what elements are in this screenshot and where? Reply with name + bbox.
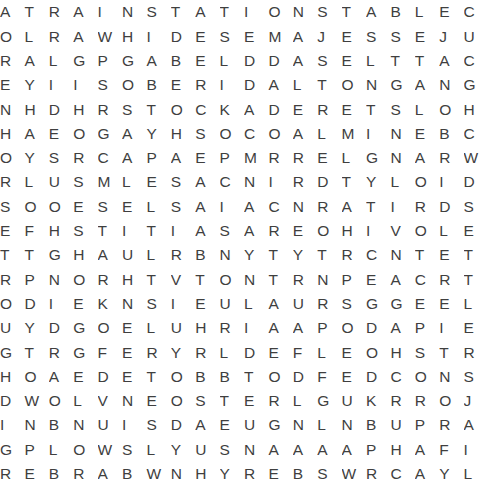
grid-cell[interactable]: E xyxy=(73,292,97,316)
grid-cell[interactable]: C xyxy=(98,146,122,170)
grid-cell[interactable]: O xyxy=(317,219,341,243)
grid-cell[interactable]: T xyxy=(220,0,244,24)
grid-cell[interactable]: F xyxy=(98,340,122,364)
grid-cell[interactable]: R xyxy=(195,73,219,97)
grid-cell[interactable]: H xyxy=(342,219,366,243)
grid-cell[interactable]: C xyxy=(220,170,244,194)
grid-cell[interactable]: L xyxy=(146,316,170,340)
grid-cell[interactable]: L xyxy=(317,121,341,145)
grid-cell[interactable]: R xyxy=(293,170,317,194)
grid-cell[interactable]: V xyxy=(171,267,195,291)
grid-cell[interactable]: S xyxy=(220,24,244,48)
grid-cell[interactable]: E xyxy=(244,24,268,48)
grid-cell[interactable]: I xyxy=(49,73,73,97)
grid-cell[interactable]: S xyxy=(171,170,195,194)
grid-cell[interactable]: A xyxy=(390,316,414,340)
grid-cell[interactable]: I xyxy=(220,194,244,218)
grid-cell[interactable]: R xyxy=(0,462,24,486)
grid-cell[interactable]: C xyxy=(464,121,488,145)
grid-cell[interactable]: K xyxy=(220,97,244,121)
grid-cell[interactable]: O xyxy=(24,364,48,388)
grid-cell[interactable]: E xyxy=(122,364,146,388)
grid-cell[interactable]: Y xyxy=(24,73,48,97)
grid-cell[interactable]: U xyxy=(390,413,414,437)
grid-cell[interactable]: F xyxy=(317,364,341,388)
grid-cell[interactable]: O xyxy=(73,267,97,291)
grid-cell[interactable]: U xyxy=(0,316,24,340)
grid-cell[interactable]: T xyxy=(464,267,488,291)
grid-cell[interactable]: T xyxy=(268,267,292,291)
grid-cell[interactable]: B xyxy=(122,462,146,486)
grid-cell[interactable]: S xyxy=(49,146,73,170)
grid-cell[interactable]: A xyxy=(415,146,439,170)
grid-cell[interactable]: E xyxy=(293,97,317,121)
grid-cell[interactable]: A xyxy=(24,49,48,73)
grid-cell[interactable]: I xyxy=(366,219,390,243)
grid-cell[interactable]: N xyxy=(366,73,390,97)
grid-cell[interactable]: T xyxy=(24,243,48,267)
grid-cell[interactable]: D xyxy=(317,170,341,194)
grid-cell[interactable]: A xyxy=(268,316,292,340)
grid-cell[interactable]: R xyxy=(171,243,195,267)
grid-cell[interactable]: D xyxy=(268,97,292,121)
grid-cell[interactable]: W xyxy=(98,24,122,48)
grid-cell[interactable]: L xyxy=(146,243,170,267)
grid-cell[interactable]: T xyxy=(146,97,170,121)
grid-cell[interactable]: U xyxy=(464,24,488,48)
grid-cell[interactable]: E xyxy=(146,170,170,194)
grid-cell[interactable]: P xyxy=(24,437,48,461)
grid-cell[interactable]: C xyxy=(464,0,488,24)
grid-cell[interactable]: G xyxy=(73,316,97,340)
grid-cell[interactable]: L xyxy=(146,437,170,461)
grid-cell[interactable]: O xyxy=(342,73,366,97)
grid-cell[interactable]: O xyxy=(439,97,463,121)
grid-cell[interactable]: R xyxy=(293,146,317,170)
grid-cell[interactable]: S xyxy=(0,194,24,218)
grid-cell[interactable]: T xyxy=(415,243,439,267)
grid-cell[interactable]: O xyxy=(220,267,244,291)
grid-cell[interactable]: N xyxy=(390,121,414,145)
grid-cell[interactable]: B xyxy=(195,364,219,388)
grid-cell[interactable]: L xyxy=(464,292,488,316)
grid-cell[interactable]: H xyxy=(73,97,97,121)
grid-cell[interactable]: N xyxy=(122,389,146,413)
grid-cell[interactable]: L xyxy=(317,340,341,364)
grid-cell[interactable]: T xyxy=(171,0,195,24)
grid-cell[interactable]: Y xyxy=(24,316,48,340)
grid-cell[interactable]: T xyxy=(244,364,268,388)
grid-cell[interactable]: O xyxy=(415,170,439,194)
grid-cell[interactable]: T xyxy=(464,243,488,267)
grid-cell[interactable]: W xyxy=(98,437,122,461)
grid-cell[interactable]: G xyxy=(0,437,24,461)
grid-cell[interactable]: A xyxy=(171,146,195,170)
grid-cell[interactable]: G xyxy=(390,292,414,316)
grid-cell[interactable]: R xyxy=(317,97,341,121)
grid-cell[interactable]: P xyxy=(24,267,48,291)
grid-cell[interactable]: A xyxy=(342,437,366,461)
grid-cell[interactable]: S xyxy=(317,462,341,486)
grid-cell[interactable]: G xyxy=(98,121,122,145)
grid-cell[interactable]: T xyxy=(317,73,341,97)
grid-cell[interactable]: E xyxy=(342,24,366,48)
grid-cell[interactable]: B xyxy=(439,121,463,145)
grid-cell[interactable]: N xyxy=(317,267,341,291)
grid-cell[interactable]: U xyxy=(195,437,219,461)
grid-cell[interactable]: A xyxy=(293,121,317,145)
grid-cell[interactable]: H xyxy=(49,219,73,243)
grid-cell[interactable]: R xyxy=(98,267,122,291)
grid-cell[interactable]: V xyxy=(390,219,414,243)
grid-cell[interactable]: L xyxy=(146,194,170,218)
grid-cell[interactable]: A xyxy=(73,24,97,48)
grid-cell[interactable]: B xyxy=(146,73,170,97)
grid-cell[interactable]: E xyxy=(146,389,170,413)
grid-cell[interactable]: N xyxy=(342,413,366,437)
grid-cell[interactable]: G xyxy=(317,389,341,413)
grid-cell[interactable]: E xyxy=(195,292,219,316)
grid-cell[interactable]: O xyxy=(122,73,146,97)
grid-cell[interactable]: P xyxy=(366,437,390,461)
grid-cell[interactable]: E xyxy=(439,292,463,316)
grid-cell[interactable]: Y xyxy=(244,243,268,267)
grid-cell[interactable]: A xyxy=(293,24,317,48)
grid-cell[interactable]: U xyxy=(98,413,122,437)
grid-cell[interactable]: D xyxy=(366,316,390,340)
grid-cell[interactable]: C xyxy=(390,462,414,486)
grid-cell[interactable]: B xyxy=(220,364,244,388)
grid-cell[interactable]: G xyxy=(366,292,390,316)
grid-cell[interactable]: A xyxy=(293,49,317,73)
grid-cell[interactable]: E xyxy=(464,316,488,340)
grid-cell[interactable]: O xyxy=(171,389,195,413)
grid-cell[interactable]: E xyxy=(0,73,24,97)
grid-cell[interactable]: H xyxy=(390,437,414,461)
grid-cell[interactable]: S xyxy=(98,194,122,218)
grid-cell[interactable]: A xyxy=(415,462,439,486)
grid-cell[interactable]: J xyxy=(464,389,488,413)
grid-cell[interactable]: D xyxy=(24,292,48,316)
grid-cell[interactable]: T xyxy=(98,219,122,243)
grid-cell[interactable]: L xyxy=(244,292,268,316)
grid-cell[interactable]: R xyxy=(73,146,97,170)
grid-cell[interactable]: G xyxy=(0,340,24,364)
grid-cell[interactable]: D xyxy=(293,364,317,388)
grid-cell[interactable]: T xyxy=(195,267,219,291)
grid-cell[interactable]: R xyxy=(73,462,97,486)
grid-cell[interactable]: A xyxy=(439,49,463,73)
grid-cell[interactable]: O xyxy=(366,340,390,364)
grid-cell[interactable]: H xyxy=(122,24,146,48)
grid-cell[interactable]: R xyxy=(317,194,341,218)
grid-cell[interactable]: B xyxy=(366,413,390,437)
grid-cell[interactable]: H xyxy=(195,316,219,340)
grid-cell[interactable]: L xyxy=(220,49,244,73)
grid-cell[interactable]: T xyxy=(146,364,170,388)
grid-cell[interactable]: E xyxy=(268,340,292,364)
grid-cell[interactable]: O xyxy=(73,121,97,145)
grid-cell[interactable]: S xyxy=(73,170,97,194)
grid-cell[interactable]: A xyxy=(24,121,48,145)
grid-cell[interactable]: A xyxy=(293,437,317,461)
grid-cell[interactable]: R xyxy=(49,340,73,364)
grid-cell[interactable]: N xyxy=(73,413,97,437)
grid-cell[interactable]: S xyxy=(464,364,488,388)
grid-cell[interactable]: N xyxy=(293,194,317,218)
grid-cell[interactable]: D xyxy=(171,24,195,48)
grid-cell[interactable]: O xyxy=(73,437,97,461)
grid-cell[interactable]: D xyxy=(244,340,268,364)
grid-cell[interactable]: O xyxy=(171,97,195,121)
grid-cell[interactable]: D xyxy=(244,73,268,97)
grid-cell[interactable]: I xyxy=(244,0,268,24)
grid-cell[interactable]: R xyxy=(268,146,292,170)
grid-cell[interactable]: I xyxy=(390,194,414,218)
grid-cell[interactable]: P xyxy=(146,146,170,170)
grid-cell[interactable]: E xyxy=(195,24,219,48)
grid-cell[interactable]: L xyxy=(49,437,73,461)
grid-cell[interactable]: A xyxy=(146,49,170,73)
grid-cell[interactable]: F xyxy=(293,340,317,364)
grid-cell[interactable]: M xyxy=(244,146,268,170)
grid-cell[interactable]: R xyxy=(268,219,292,243)
grid-cell[interactable]: Y xyxy=(24,146,48,170)
grid-cell[interactable]: B xyxy=(293,462,317,486)
grid-cell[interactable]: E xyxy=(464,219,488,243)
grid-cell[interactable]: T xyxy=(342,0,366,24)
grid-cell[interactable]: I xyxy=(268,170,292,194)
grid-cell[interactable]: B xyxy=(49,413,73,437)
grid-cell[interactable]: L xyxy=(415,97,439,121)
grid-cell[interactable]: L xyxy=(293,73,317,97)
grid-cell[interactable]: U xyxy=(122,243,146,267)
grid-cell[interactable]: G xyxy=(73,340,97,364)
grid-cell[interactable]: L xyxy=(122,170,146,194)
grid-cell[interactable]: N xyxy=(244,267,268,291)
grid-cell[interactable]: C xyxy=(268,194,292,218)
grid-cell[interactable]: D xyxy=(49,97,73,121)
grid-cell[interactable]: A xyxy=(415,437,439,461)
grid-cell[interactable]: E xyxy=(122,340,146,364)
grid-cell[interactable]: A xyxy=(415,73,439,97)
grid-cell[interactable]: N xyxy=(0,97,24,121)
grid-cell[interactable]: H xyxy=(390,340,414,364)
grid-cell[interactable]: W xyxy=(24,389,48,413)
grid-cell[interactable]: C xyxy=(390,364,414,388)
grid-cell[interactable]: B xyxy=(195,243,219,267)
grid-cell[interactable]: R xyxy=(220,316,244,340)
grid-cell[interactable]: O xyxy=(0,24,24,48)
grid-cell[interactable]: N xyxy=(24,413,48,437)
grid-cell[interactable]: L xyxy=(366,49,390,73)
grid-cell[interactable]: D xyxy=(464,170,488,194)
grid-cell[interactable]: P xyxy=(342,267,366,291)
grid-cell[interactable]: A xyxy=(195,0,219,24)
grid-cell[interactable]: N xyxy=(439,73,463,97)
grid-cell[interactable]: A xyxy=(366,0,390,24)
grid-cell[interactable]: P xyxy=(317,316,341,340)
grid-cell[interactable]: E xyxy=(49,121,73,145)
grid-cell[interactable]: O xyxy=(24,194,48,218)
grid-cell[interactable]: D xyxy=(268,49,292,73)
grid-cell[interactable]: C xyxy=(366,243,390,267)
grid-cell[interactable]: I xyxy=(171,292,195,316)
grid-cell[interactable]: A xyxy=(244,97,268,121)
grid-cell[interactable]: O xyxy=(268,0,292,24)
grid-cell[interactable]: N xyxy=(244,437,268,461)
grid-cell[interactable]: O xyxy=(415,219,439,243)
grid-cell[interactable]: E xyxy=(122,316,146,340)
grid-cell[interactable]: E xyxy=(317,146,341,170)
grid-cell[interactable]: S xyxy=(195,389,219,413)
grid-cell[interactable]: O xyxy=(171,364,195,388)
grid-cell[interactable]: I xyxy=(146,24,170,48)
grid-cell[interactable]: W xyxy=(342,462,366,486)
grid-cell[interactable]: D xyxy=(171,413,195,437)
grid-cell[interactable]: A xyxy=(195,413,219,437)
grid-cell[interactable]: A xyxy=(268,292,292,316)
grid-cell[interactable]: F xyxy=(24,219,48,243)
grid-cell[interactable]: S xyxy=(146,413,170,437)
grid-cell[interactable]: S xyxy=(464,194,488,218)
grid-cell[interactable]: L xyxy=(220,340,244,364)
grid-cell[interactable]: I xyxy=(439,316,463,340)
grid-cell[interactable]: E xyxy=(415,121,439,145)
grid-cell[interactable]: A xyxy=(195,170,219,194)
grid-cell[interactable]: U xyxy=(49,170,73,194)
grid-cell[interactable]: L xyxy=(317,413,341,437)
grid-cell[interactable]: Y xyxy=(366,170,390,194)
grid-cell[interactable]: S xyxy=(220,437,244,461)
grid-cell[interactable]: S xyxy=(98,73,122,97)
grid-cell[interactable]: H xyxy=(464,97,488,121)
grid-cell[interactable]: M xyxy=(268,24,292,48)
grid-cell[interactable]: Y xyxy=(146,121,170,145)
grid-cell[interactable]: G xyxy=(464,73,488,97)
grid-cell[interactable]: T xyxy=(146,219,170,243)
grid-cell[interactable]: L xyxy=(73,389,97,413)
grid-cell[interactable]: B xyxy=(390,0,414,24)
grid-cell[interactable]: N xyxy=(293,413,317,437)
grid-cell[interactable]: T xyxy=(390,49,414,73)
grid-cell[interactable]: T xyxy=(24,340,48,364)
grid-cell[interactable]: D xyxy=(439,194,463,218)
grid-cell[interactable]: S xyxy=(146,292,170,316)
grid-cell[interactable]: T xyxy=(268,243,292,267)
grid-cell[interactable]: U xyxy=(244,413,268,437)
grid-cell[interactable]: C xyxy=(244,121,268,145)
grid-cell[interactable]: D xyxy=(0,389,24,413)
grid-cell[interactable]: S xyxy=(390,24,414,48)
grid-cell[interactable]: A xyxy=(0,0,24,24)
grid-cell[interactable]: Y xyxy=(171,340,195,364)
grid-cell[interactable]: E xyxy=(0,219,24,243)
grid-cell[interactable]: H xyxy=(24,97,48,121)
grid-cell[interactable]: P xyxy=(220,146,244,170)
grid-cell[interactable]: A xyxy=(73,0,97,24)
grid-cell[interactable]: I xyxy=(366,121,390,145)
grid-cell[interactable]: E xyxy=(195,49,219,73)
grid-cell[interactable]: L xyxy=(464,462,488,486)
grid-cell[interactable]: S xyxy=(195,121,219,145)
grid-cell[interactable]: S xyxy=(122,97,146,121)
grid-cell[interactable]: I xyxy=(122,413,146,437)
grid-cell[interactable]: E xyxy=(415,24,439,48)
grid-cell[interactable]: R xyxy=(49,0,73,24)
grid-cell[interactable]: G xyxy=(73,49,97,73)
grid-cell[interactable]: R xyxy=(317,292,341,316)
grid-cell[interactable]: I xyxy=(49,292,73,316)
grid-cell[interactable]: A xyxy=(317,437,341,461)
grid-cell[interactable]: S xyxy=(415,340,439,364)
grid-cell[interactable]: A xyxy=(98,462,122,486)
grid-cell[interactable]: O xyxy=(0,292,24,316)
grid-cell[interactable]: A xyxy=(390,267,414,291)
grid-cell[interactable]: A xyxy=(293,316,317,340)
grid-cell[interactable]: C xyxy=(195,97,219,121)
grid-cell[interactable]: N xyxy=(390,146,414,170)
grid-cell[interactable]: T xyxy=(439,340,463,364)
grid-cell[interactable]: F xyxy=(439,437,463,461)
grid-cell[interactable]: U xyxy=(342,389,366,413)
grid-cell[interactable]: L xyxy=(293,389,317,413)
grid-cell[interactable]: O xyxy=(439,389,463,413)
grid-cell[interactable]: O xyxy=(415,364,439,388)
grid-cell[interactable]: O xyxy=(268,364,292,388)
grid-cell[interactable]: A xyxy=(244,194,268,218)
grid-cell[interactable]: H xyxy=(122,267,146,291)
grid-cell[interactable]: E xyxy=(73,194,97,218)
grid-cell[interactable]: U xyxy=(220,292,244,316)
grid-cell[interactable]: A xyxy=(195,194,219,218)
grid-cell[interactable]: A xyxy=(342,194,366,218)
grid-cell[interactable]: S xyxy=(342,292,366,316)
grid-cell[interactable]: R xyxy=(439,146,463,170)
grid-cell[interactable]: C xyxy=(464,49,488,73)
grid-cell[interactable]: N xyxy=(439,364,463,388)
grid-cell[interactable]: N xyxy=(244,170,268,194)
grid-cell[interactable]: R xyxy=(342,243,366,267)
grid-cell[interactable]: N xyxy=(220,243,244,267)
grid-cell[interactable]: J xyxy=(317,24,341,48)
grid-cell[interactable]: E xyxy=(415,292,439,316)
grid-cell[interactable]: E xyxy=(24,462,48,486)
grid-cell[interactable]: L xyxy=(390,170,414,194)
grid-cell[interactable]: M xyxy=(98,170,122,194)
grid-cell[interactable]: Y xyxy=(171,437,195,461)
grid-cell[interactable]: I xyxy=(0,413,24,437)
grid-cell[interactable]: Y xyxy=(220,462,244,486)
grid-cell[interactable]: E xyxy=(122,194,146,218)
grid-cell[interactable]: K xyxy=(98,292,122,316)
grid-cell[interactable]: E xyxy=(366,267,390,291)
grid-cell[interactable]: R xyxy=(49,24,73,48)
grid-cell[interactable]: R xyxy=(195,340,219,364)
grid-cell[interactable]: G xyxy=(268,413,292,437)
grid-cell[interactable]: I xyxy=(244,316,268,340)
grid-cell[interactable]: I xyxy=(464,437,488,461)
grid-cell[interactable]: R xyxy=(0,49,24,73)
grid-cell[interactable]: N xyxy=(122,0,146,24)
grid-cell[interactable]: E xyxy=(293,219,317,243)
grid-cell[interactable]: A xyxy=(49,364,73,388)
grid-cell[interactable]: H xyxy=(0,121,24,145)
grid-cell[interactable]: N xyxy=(49,267,73,291)
grid-cell[interactable]: A xyxy=(268,437,292,461)
grid-cell[interactable]: T xyxy=(366,97,390,121)
grid-cell[interactable]: I xyxy=(73,73,97,97)
